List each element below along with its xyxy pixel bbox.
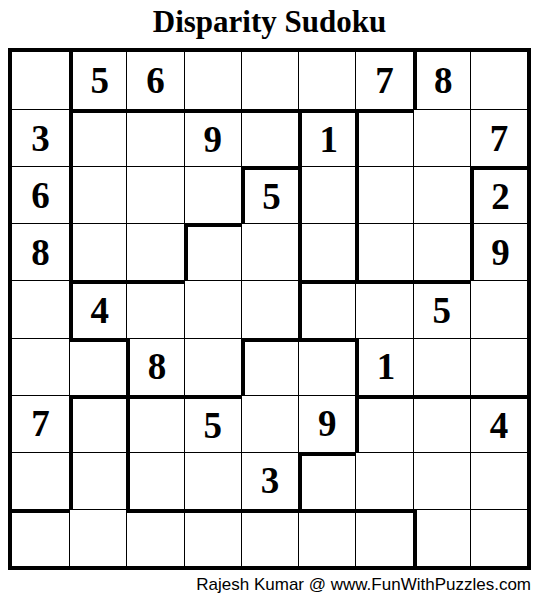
cell-r4c1[interactable]: 8 <box>12 223 69 280</box>
cell-r1c6[interactable] <box>298 52 355 109</box>
cell-r9c2[interactable] <box>69 509 126 566</box>
cell-r6c5[interactable] <box>241 338 298 395</box>
cell-r2c3[interactable] <box>126 109 183 166</box>
cell-r7c4[interactable]: 5 <box>184 395 241 452</box>
cell-r4c7[interactable] <box>355 223 412 280</box>
cell-r4c4[interactable] <box>184 223 241 280</box>
cell-r5c9[interactable] <box>470 280 527 337</box>
cell-r3c2[interactable] <box>69 166 126 223</box>
cell-r5c3[interactable] <box>126 280 183 337</box>
cell-r1c5[interactable] <box>241 52 298 109</box>
cell-r8c9[interactable] <box>470 452 527 509</box>
cell-r1c8[interactable]: 8 <box>413 52 470 109</box>
cell-r5c1[interactable] <box>12 280 69 337</box>
cell-r8c7[interactable] <box>355 452 412 509</box>
cell-r4c8[interactable] <box>413 223 470 280</box>
cell-r4c5[interactable] <box>241 223 298 280</box>
cell-r3c8[interactable] <box>413 166 470 223</box>
cell-r3c9[interactable]: 2 <box>470 166 527 223</box>
cell-r2c8[interactable] <box>413 109 470 166</box>
cell-r9c5[interactable] <box>241 509 298 566</box>
cell-r1c4[interactable] <box>184 52 241 109</box>
cell-r3c6[interactable] <box>298 166 355 223</box>
cell-r3c3[interactable] <box>126 166 183 223</box>
cell-r6c9[interactable] <box>470 338 527 395</box>
cell-r8c3[interactable] <box>126 452 183 509</box>
cell-r5c5[interactable] <box>241 280 298 337</box>
cell-r2c1[interactable]: 3 <box>12 109 69 166</box>
cell-r1c1[interactable] <box>12 52 69 109</box>
cell-r6c6[interactable] <box>298 338 355 395</box>
cell-r2c7[interactable] <box>355 109 412 166</box>
cell-r5c6[interactable] <box>298 280 355 337</box>
cell-r7c3[interactable] <box>126 395 183 452</box>
cell-r8c6[interactable] <box>298 452 355 509</box>
cell-r9c9[interactable] <box>470 509 527 566</box>
cell-r8c1[interactable] <box>12 452 69 509</box>
cell-r3c5[interactable]: 5 <box>241 166 298 223</box>
cell-r9c8[interactable] <box>413 509 470 566</box>
cell-r6c8[interactable] <box>413 338 470 395</box>
cell-r2c2[interactable] <box>69 109 126 166</box>
credit-line: Rajesh Kumar @ www.FunWithPuzzles.com <box>8 575 531 595</box>
cell-r7c9[interactable]: 4 <box>470 395 527 452</box>
cell-r9c1[interactable] <box>12 509 69 566</box>
cell-r8c2[interactable] <box>69 452 126 509</box>
cell-r4c3[interactable] <box>126 223 183 280</box>
cell-r7c7[interactable] <box>355 395 412 452</box>
cell-r6c3[interactable]: 8 <box>126 338 183 395</box>
cell-r5c8[interactable]: 5 <box>413 280 470 337</box>
cell-r4c2[interactable] <box>69 223 126 280</box>
cell-r5c7[interactable] <box>355 280 412 337</box>
cell-r2c6[interactable]: 1 <box>298 109 355 166</box>
cell-r4c9[interactable]: 9 <box>470 223 527 280</box>
cell-r7c8[interactable] <box>413 395 470 452</box>
cell-r9c6[interactable] <box>298 509 355 566</box>
cell-r6c4[interactable] <box>184 338 241 395</box>
cell-r7c5[interactable] <box>241 395 298 452</box>
cell-r1c2[interactable]: 5 <box>69 52 126 109</box>
cell-r9c7[interactable] <box>355 509 412 566</box>
cell-r6c1[interactable] <box>12 338 69 395</box>
cell-r3c1[interactable]: 6 <box>12 166 69 223</box>
cell-r8c5[interactable]: 3 <box>241 452 298 509</box>
cell-r9c4[interactable] <box>184 509 241 566</box>
sudoku-board: 5678391765289458175943 <box>8 48 531 570</box>
cell-r2c5[interactable] <box>241 109 298 166</box>
cell-r5c4[interactable] <box>184 280 241 337</box>
cell-r5c2[interactable]: 4 <box>69 280 126 337</box>
cell-r6c2[interactable] <box>69 338 126 395</box>
cell-r2c4[interactable]: 9 <box>184 109 241 166</box>
cell-r7c6[interactable]: 9 <box>298 395 355 452</box>
cell-r8c8[interactable] <box>413 452 470 509</box>
cell-r9c3[interactable] <box>126 509 183 566</box>
cell-r7c1[interactable]: 7 <box>12 395 69 452</box>
cell-r3c7[interactable] <box>355 166 412 223</box>
puzzle-title: Disparity Sudoku <box>8 3 531 40</box>
cell-r8c4[interactable] <box>184 452 241 509</box>
cell-r2c9[interactable]: 7 <box>470 109 527 166</box>
cell-r1c9[interactable] <box>470 52 527 109</box>
cell-r6c7[interactable]: 1 <box>355 338 412 395</box>
cell-r7c2[interactable] <box>69 395 126 452</box>
cell-r1c7[interactable]: 7 <box>355 52 412 109</box>
cell-r4c6[interactable] <box>298 223 355 280</box>
cell-r3c4[interactable] <box>184 166 241 223</box>
cell-r1c3[interactable]: 6 <box>126 52 183 109</box>
